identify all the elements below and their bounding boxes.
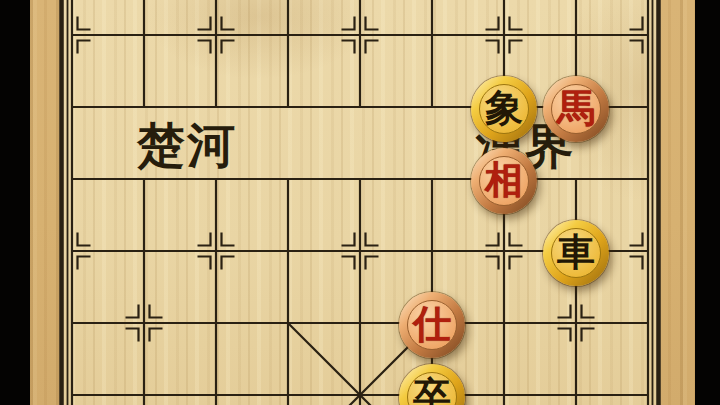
piece-black-elephant[interactable]: 象 bbox=[471, 76, 537, 142]
star-point-marker bbox=[558, 305, 571, 318]
star-point-marker bbox=[366, 17, 379, 30]
piece-face: 仕 bbox=[407, 300, 457, 350]
star-point-marker bbox=[630, 41, 643, 54]
star-point-marker bbox=[366, 257, 379, 270]
piece-glyph: 仕 bbox=[413, 305, 451, 343]
star-point-marker bbox=[342, 17, 355, 30]
star-point-marker bbox=[342, 233, 355, 246]
star-point-marker bbox=[222, 257, 235, 270]
river-label-left-char: 河 bbox=[187, 121, 235, 169]
star-point-marker bbox=[198, 17, 211, 30]
piece-face: 相 bbox=[479, 156, 529, 206]
river-label-left-char: 楚 bbox=[137, 121, 185, 169]
piece-red-advisor[interactable]: 仕 bbox=[399, 292, 465, 358]
star-point-marker bbox=[150, 329, 163, 342]
star-point-marker bbox=[150, 305, 163, 318]
piece-glyph: 馬 bbox=[557, 89, 595, 127]
star-point-marker bbox=[486, 233, 499, 246]
letterbox-right bbox=[695, 0, 720, 405]
piece-glyph: 相 bbox=[485, 161, 523, 199]
star-point-marker bbox=[630, 257, 643, 270]
piece-black-chariot[interactable]: 車 bbox=[543, 220, 609, 286]
star-point-marker bbox=[222, 233, 235, 246]
piece-red-horse[interactable]: 馬 bbox=[543, 76, 609, 142]
star-point-marker bbox=[342, 257, 355, 270]
star-point-marker bbox=[198, 41, 211, 54]
star-point-marker bbox=[198, 233, 211, 246]
star-point-marker bbox=[78, 257, 91, 270]
letterbox-left bbox=[0, 0, 30, 405]
piece-face: 卒 bbox=[407, 372, 457, 405]
star-point-marker bbox=[510, 233, 523, 246]
star-point-marker bbox=[222, 41, 235, 54]
star-point-marker bbox=[198, 257, 211, 270]
star-point-marker bbox=[126, 329, 139, 342]
star-point-marker bbox=[366, 41, 379, 54]
star-point-marker bbox=[582, 329, 595, 342]
piece-glyph: 象 bbox=[485, 89, 523, 127]
star-point-marker bbox=[342, 41, 355, 54]
star-point-marker bbox=[630, 17, 643, 30]
xiangqi-board: 楚河漢界 象馬相車仕卒 bbox=[0, 0, 720, 405]
star-point-marker bbox=[366, 233, 379, 246]
piece-red-elephant[interactable]: 相 bbox=[471, 148, 537, 214]
star-point-marker bbox=[510, 41, 523, 54]
star-point-marker bbox=[222, 17, 235, 30]
star-point-marker bbox=[558, 329, 571, 342]
star-point-marker bbox=[78, 233, 91, 246]
star-point-marker bbox=[486, 41, 499, 54]
star-point-marker bbox=[510, 17, 523, 30]
star-point-marker bbox=[630, 233, 643, 246]
piece-glyph: 卒 bbox=[413, 377, 451, 405]
piece-face: 車 bbox=[551, 228, 601, 278]
star-point-marker bbox=[78, 17, 91, 30]
board-grid-lines bbox=[0, 0, 720, 405]
star-point-marker bbox=[78, 41, 91, 54]
piece-face: 馬 bbox=[551, 84, 601, 134]
star-point-marker bbox=[582, 305, 595, 318]
star-point-marker bbox=[486, 17, 499, 30]
piece-face: 象 bbox=[479, 84, 529, 134]
star-point-marker bbox=[486, 257, 499, 270]
star-point-marker bbox=[510, 257, 523, 270]
star-point-marker bbox=[126, 305, 139, 318]
piece-glyph: 車 bbox=[557, 233, 595, 271]
